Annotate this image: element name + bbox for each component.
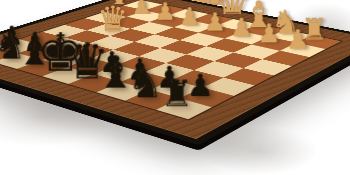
- black-rook-a8: ♜: [160, 76, 193, 113]
- white-pawn-e2: ♟: [178, 4, 200, 28]
- black-knight-b8: ♞: [127, 63, 163, 103]
- board-squares: ♜♞♝♚♛♝♞♜♟♟♟♟♟♟♟♟♟♟♟♟♟♟♟♟♜♞♝♚♛♝♞♜: [0, 0, 344, 121]
- white-pawn-c2: ♟: [230, 15, 253, 40]
- white-pawn-g2: ♟: [131, 0, 152, 18]
- white-pawn-a2: ♟: [286, 26, 310, 52]
- perspective-scene: ♜♞♝♚♛♝♞♜♟♟♟♟♟♟♟♟♟♟♟♟♟♟♟♟♜♞♝♚♛♝♞♜: [0, 0, 350, 175]
- chess-set-product-photo: ♜♞♝♚♛♝♞♜♟♟♟♟♟♟♟♟♟♟♟♟♟♟♟♟♜♞♝♚♛♝♞♜ ♛: [0, 0, 350, 175]
- white-pawn-d2: ♟: [204, 10, 226, 35]
- board-walnut-frame: ♜♞♝♚♛♝♞♜♟♟♟♟♟♟♟♟♟♟♟♟♟♟♟♟♜♞♝♚♛♝♞♜: [0, 0, 350, 139]
- extra-white-queen: ♛: [97, 2, 128, 37]
- white-pawn-f2: ♟: [154, 0, 175, 23]
- white-pawn-b2: ♟: [257, 20, 280, 46]
- chess-board: ♜♞♝♚♛♝♞♜♟♟♟♟♟♟♟♟♟♟♟♟♟♟♟♟♜♞♝♚♛♝♞♜: [0, 0, 350, 145]
